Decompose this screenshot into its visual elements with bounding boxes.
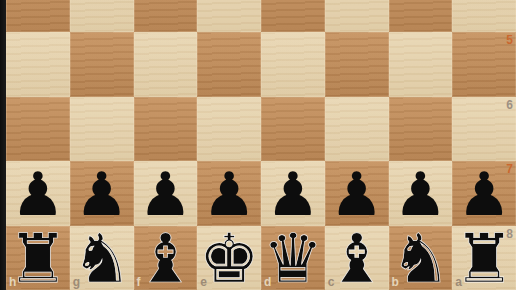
square-f6[interactable] (134, 97, 198, 162)
square-b7[interactable]: ♟ (389, 161, 453, 226)
square-d5[interactable] (261, 32, 325, 97)
square-a8[interactable]: 8a♜ (452, 226, 516, 290)
black-pawn-c7[interactable]: ♟ (330, 164, 384, 224)
black-pawn-a7[interactable]: ♟ (457, 164, 511, 224)
square-g7[interactable]: ♟ (70, 161, 134, 226)
square-b6[interactable] (389, 97, 453, 162)
square-e4[interactable] (197, 0, 261, 32)
black-rook-h8[interactable]: ♜ (7, 225, 68, 290)
square-g5[interactable] (70, 32, 134, 97)
black-king-e8[interactable]: ♚ (199, 225, 260, 290)
black-pawn-e7[interactable]: ♟ (202, 164, 256, 224)
square-g4[interactable] (70, 0, 134, 32)
square-a6[interactable]: 6 (452, 97, 516, 162)
square-d6[interactable] (261, 97, 325, 162)
square-g6[interactable] (70, 97, 134, 162)
square-d8[interactable]: d♛ (261, 226, 325, 290)
square-e7[interactable]: ♟ (197, 161, 261, 226)
square-h6[interactable] (6, 97, 70, 162)
square-e5[interactable] (197, 32, 261, 97)
black-bishop-c8[interactable]: ♝ (326, 225, 387, 290)
rank-label-6: 6 (506, 99, 513, 111)
square-c7[interactable]: ♟ (325, 161, 389, 226)
square-d7[interactable]: ♟ (261, 161, 325, 226)
square-c4[interactable] (325, 0, 389, 32)
board-viewport: 56♟♟♟♟♟♟♟7♟h♜g♞f♝e♚d♛c♝b♞8a♜ (0, 0, 516, 290)
square-a5[interactable]: 5 (452, 32, 516, 97)
square-f8[interactable]: f♝ (134, 226, 198, 290)
black-pawn-g7[interactable]: ♟ (75, 164, 129, 224)
square-f5[interactable] (134, 32, 198, 97)
black-knight-g8[interactable]: ♞ (71, 225, 132, 290)
black-rook-a8[interactable]: ♜ (454, 225, 515, 290)
square-c5[interactable] (325, 32, 389, 97)
black-pawn-b7[interactable]: ♟ (393, 164, 447, 224)
square-a7[interactable]: 7♟ (452, 161, 516, 226)
square-h4[interactable] (6, 0, 70, 32)
black-knight-b8[interactable]: ♞ (390, 225, 451, 290)
square-f7[interactable]: ♟ (134, 161, 198, 226)
square-f4[interactable] (134, 0, 198, 32)
square-d4[interactable] (261, 0, 325, 32)
square-g8[interactable]: g♞ (70, 226, 134, 290)
square-h5[interactable] (6, 32, 70, 97)
square-a4[interactable] (452, 0, 516, 32)
black-queen-d8[interactable]: ♛ (262, 225, 323, 290)
square-h7[interactable]: ♟ (6, 161, 70, 226)
square-b5[interactable] (389, 32, 453, 97)
square-e6[interactable] (197, 97, 261, 162)
rank-label-5: 5 (506, 34, 513, 46)
letterbox-bar-left (0, 0, 6, 290)
square-b8[interactable]: b♞ (389, 226, 453, 290)
black-pawn-d7[interactable]: ♟ (266, 164, 320, 224)
square-h8[interactable]: h♜ (6, 226, 70, 290)
square-e8[interactable]: e♚ (197, 226, 261, 290)
black-bishop-f8[interactable]: ♝ (135, 225, 196, 290)
black-pawn-h7[interactable]: ♟ (11, 164, 65, 224)
square-c8[interactable]: c♝ (325, 226, 389, 290)
black-pawn-f7[interactable]: ♟ (138, 164, 192, 224)
square-b4[interactable] (389, 0, 453, 32)
square-c6[interactable] (325, 97, 389, 162)
chess-board: 56♟♟♟♟♟♟♟7♟h♜g♞f♝e♚d♛c♝b♞8a♜ (6, 0, 516, 290)
